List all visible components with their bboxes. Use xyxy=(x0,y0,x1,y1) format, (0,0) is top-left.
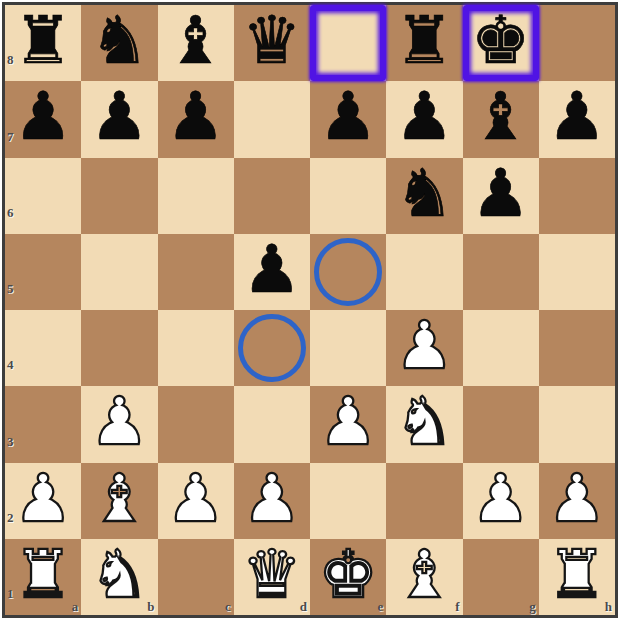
chess-board: ♜8♞♝♛♜♚♟7♟♟♟♟♝♟6♞♟5♟4♟3♟♟♞♟2♝♟♟♟♟♜1a♞bc♛… xyxy=(5,5,615,615)
square-d5[interactable]: ♟ xyxy=(234,234,310,310)
square-a4[interactable]: 4 xyxy=(5,310,81,386)
square-b8[interactable]: ♞ xyxy=(81,5,157,81)
chess-board-frame: ♜8♞♝♛♜♚♟7♟♟♟♟♝♟6♞♟5♟4♟3♟♟♞♟2♝♟♟♟♟♜1a♞bc♛… xyxy=(2,2,618,618)
file-label-a: a xyxy=(72,599,79,615)
square-h6[interactable] xyxy=(539,158,615,234)
square-h8[interactable] xyxy=(539,5,615,81)
square-f6[interactable]: ♞ xyxy=(386,158,462,234)
file-label-g: g xyxy=(529,599,536,615)
file-label-c: c xyxy=(225,599,231,615)
piece-white-pawn[interactable]: ♟ xyxy=(471,466,530,532)
piece-white-pawn[interactable]: ♟ xyxy=(14,466,73,532)
rank-label-7: 7 xyxy=(7,129,14,145)
rank-label-1: 1 xyxy=(7,586,14,602)
square-g3[interactable] xyxy=(463,386,539,462)
piece-black-bishop[interactable]: ♝ xyxy=(166,8,225,74)
piece-black-pawn[interactable]: ♟ xyxy=(547,84,606,150)
square-b1[interactable]: ♞b xyxy=(81,539,157,615)
last-move-highlight-e8 xyxy=(310,5,386,81)
piece-white-queen[interactable]: ♛ xyxy=(242,542,301,608)
piece-black-pawn[interactable]: ♟ xyxy=(166,84,225,150)
square-d4[interactable] xyxy=(234,310,310,386)
piece-white-pawn[interactable]: ♟ xyxy=(547,466,606,532)
piece-white-rook[interactable]: ♜ xyxy=(14,542,73,608)
square-a5[interactable]: 5 xyxy=(5,234,81,310)
square-e1[interactable]: ♚e xyxy=(310,539,386,615)
piece-black-pawn[interactable]: ♟ xyxy=(90,84,149,150)
circle-annotation-d4 xyxy=(238,314,306,382)
square-e3[interactable]: ♟ xyxy=(310,386,386,462)
circle-annotation-e5 xyxy=(314,238,382,306)
square-c4[interactable] xyxy=(158,310,234,386)
rank-label-8: 8 xyxy=(7,52,14,68)
square-g2[interactable]: ♟ xyxy=(463,463,539,539)
square-e5[interactable] xyxy=(310,234,386,310)
rank-label-3: 3 xyxy=(7,434,14,450)
square-a3[interactable]: 3 xyxy=(5,386,81,462)
piece-black-knight[interactable]: ♞ xyxy=(395,161,454,227)
square-d2[interactable]: ♟ xyxy=(234,463,310,539)
piece-black-queen[interactable]: ♛ xyxy=(242,8,301,74)
piece-white-pawn[interactable]: ♟ xyxy=(319,389,378,455)
square-c7[interactable]: ♟ xyxy=(158,81,234,157)
square-f2[interactable] xyxy=(386,463,462,539)
square-f3[interactable]: ♞ xyxy=(386,386,462,462)
square-c1[interactable]: c xyxy=(158,539,234,615)
square-e8[interactable] xyxy=(310,5,386,81)
square-f4[interactable]: ♟ xyxy=(386,310,462,386)
rank-label-4: 4 xyxy=(7,357,14,373)
square-d3[interactable] xyxy=(234,386,310,462)
square-b3[interactable]: ♟ xyxy=(81,386,157,462)
square-h2[interactable]: ♟ xyxy=(539,463,615,539)
square-d8[interactable]: ♛ xyxy=(234,5,310,81)
square-f7[interactable]: ♟ xyxy=(386,81,462,157)
square-d6[interactable] xyxy=(234,158,310,234)
piece-white-rook[interactable]: ♜ xyxy=(547,542,606,608)
square-a6[interactable]: 6 xyxy=(5,158,81,234)
square-h4[interactable] xyxy=(539,310,615,386)
piece-white-bishop[interactable]: ♝ xyxy=(90,466,149,532)
square-a1[interactable]: ♜1a xyxy=(5,539,81,615)
piece-black-king[interactable]: ♚ xyxy=(471,8,530,74)
square-e6[interactable] xyxy=(310,158,386,234)
square-g4[interactable] xyxy=(463,310,539,386)
square-b5[interactable] xyxy=(81,234,157,310)
piece-white-pawn[interactable]: ♟ xyxy=(166,466,225,532)
square-g8[interactable]: ♚ xyxy=(463,5,539,81)
square-a7[interactable]: ♟7 xyxy=(5,81,81,157)
square-g7[interactable]: ♝ xyxy=(463,81,539,157)
square-c3[interactable] xyxy=(158,386,234,462)
piece-white-pawn[interactable]: ♟ xyxy=(90,389,149,455)
piece-white-king[interactable]: ♚ xyxy=(319,542,378,608)
square-f1[interactable]: ♝f xyxy=(386,539,462,615)
piece-black-pawn[interactable]: ♟ xyxy=(319,84,378,150)
square-b7[interactable]: ♟ xyxy=(81,81,157,157)
square-e4[interactable] xyxy=(310,310,386,386)
piece-black-bishop[interactable]: ♝ xyxy=(471,84,530,150)
piece-black-pawn[interactable]: ♟ xyxy=(242,237,301,303)
square-g1[interactable]: g xyxy=(463,539,539,615)
piece-black-pawn[interactable]: ♟ xyxy=(471,161,530,227)
square-d1[interactable]: ♛d xyxy=(234,539,310,615)
rank-label-2: 2 xyxy=(7,510,14,526)
square-d7[interactable] xyxy=(234,81,310,157)
square-g6[interactable]: ♟ xyxy=(463,158,539,234)
piece-black-pawn[interactable]: ♟ xyxy=(395,84,454,150)
square-b6[interactable] xyxy=(81,158,157,234)
rank-label-5: 5 xyxy=(7,281,14,297)
piece-white-knight[interactable]: ♞ xyxy=(90,542,149,608)
square-h3[interactable] xyxy=(539,386,615,462)
square-h5[interactable] xyxy=(539,234,615,310)
square-c8[interactable]: ♝ xyxy=(158,5,234,81)
square-f5[interactable] xyxy=(386,234,462,310)
square-c2[interactable]: ♟ xyxy=(158,463,234,539)
piece-black-rook[interactable]: ♜ xyxy=(395,8,454,74)
square-h7[interactable]: ♟ xyxy=(539,81,615,157)
piece-white-knight[interactable]: ♞ xyxy=(395,389,454,455)
square-c6[interactable] xyxy=(158,158,234,234)
piece-black-pawn[interactable]: ♟ xyxy=(14,84,73,150)
piece-black-knight[interactable]: ♞ xyxy=(90,8,149,74)
file-label-e: e xyxy=(377,599,383,615)
square-a8[interactable]: ♜8 xyxy=(5,5,81,81)
square-b2[interactable]: ♝ xyxy=(81,463,157,539)
piece-black-rook[interactable]: ♜ xyxy=(14,8,73,74)
piece-white-pawn[interactable]: ♟ xyxy=(395,313,454,379)
square-e2[interactable] xyxy=(310,463,386,539)
square-b4[interactable] xyxy=(81,310,157,386)
square-c5[interactable] xyxy=(158,234,234,310)
file-label-f: f xyxy=(455,599,459,615)
piece-white-bishop[interactable]: ♝ xyxy=(395,542,454,608)
square-h1[interactable]: ♜h xyxy=(539,539,615,615)
square-f8[interactable]: ♜ xyxy=(386,5,462,81)
square-a2[interactable]: ♟2 xyxy=(5,463,81,539)
square-e7[interactable]: ♟ xyxy=(310,81,386,157)
rank-label-6: 6 xyxy=(7,205,14,221)
square-g5[interactable] xyxy=(463,234,539,310)
piece-white-pawn[interactable]: ♟ xyxy=(242,466,301,532)
